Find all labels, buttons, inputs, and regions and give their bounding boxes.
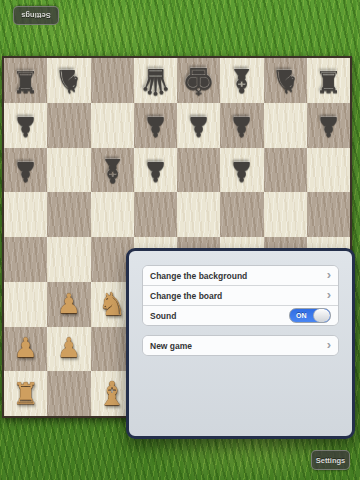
settings-menu-group: Change the background›Change the board›S… [142, 265, 339, 326]
square-c7[interactable] [91, 103, 134, 148]
square-b4[interactable] [47, 237, 90, 282]
menu-item-change-the-background[interactable]: Change the background› [143, 266, 338, 285]
new-game-group: New game› [142, 335, 339, 356]
menu-item-new-game[interactable]: New game› [143, 336, 338, 355]
square-a3[interactable] [4, 282, 47, 327]
white-pawn: ♟ [47, 327, 90, 372]
square-c5[interactable] [91, 192, 134, 237]
menu-item-label: Sound [150, 311, 289, 321]
black-pawn: ♟ [4, 148, 47, 193]
square-a1[interactable]: ♜ [4, 371, 47, 416]
black-pawn: ♟ [134, 103, 177, 148]
black-knight: ♞ [264, 58, 307, 103]
square-b1[interactable] [47, 371, 90, 416]
square-a6[interactable]: ♟ [4, 148, 47, 193]
square-f7[interactable]: ♟ [220, 103, 263, 148]
square-f5[interactable] [220, 192, 263, 237]
square-a8[interactable]: ♜ [4, 58, 47, 103]
square-c8[interactable] [91, 58, 134, 103]
black-pawn: ♟ [220, 103, 263, 148]
black-pawn: ♟ [134, 148, 177, 193]
square-a2[interactable]: ♟ [4, 327, 47, 372]
square-g7[interactable] [264, 103, 307, 148]
settings-button-top[interactable]: Settings [13, 6, 59, 25]
square-g8[interactable]: ♞ [264, 58, 307, 103]
toggle-knob [313, 309, 330, 322]
black-knight: ♞ [47, 58, 90, 103]
square-h8[interactable]: ♜ [307, 58, 350, 103]
black-pawn: ♟ [4, 103, 47, 148]
menu-item-label: Change the background [150, 271, 327, 281]
square-h6[interactable] [307, 148, 350, 193]
square-f6[interactable]: ♟ [220, 148, 263, 193]
black-bishop: ♝ [220, 58, 263, 103]
toggle-on-label: ON [296, 312, 307, 319]
square-h7[interactable]: ♟ [307, 103, 350, 148]
black-pawn: ♟ [220, 148, 263, 193]
black-queen: ♛ [134, 58, 177, 103]
square-b7[interactable] [47, 103, 90, 148]
square-b5[interactable] [47, 192, 90, 237]
black-rook: ♜ [307, 58, 350, 103]
white-pawn: ♟ [47, 282, 90, 327]
square-h5[interactable] [307, 192, 350, 237]
square-g6[interactable] [264, 148, 307, 193]
square-e6[interactable] [177, 148, 220, 193]
square-d6[interactable]: ♟ [134, 148, 177, 193]
chevron-right-icon: › [327, 267, 331, 282]
square-e7[interactable]: ♟ [177, 103, 220, 148]
square-a5[interactable] [4, 192, 47, 237]
black-bishop: ♝ [91, 148, 134, 193]
white-pawn: ♟ [4, 327, 47, 372]
menu-item-change-the-board[interactable]: Change the board› [143, 285, 338, 305]
menu-item-label: Change the board [150, 291, 327, 301]
black-pawn: ♟ [307, 103, 350, 148]
settings-button-bottom[interactable]: Settings [311, 450, 350, 470]
square-a4[interactable] [4, 237, 47, 282]
menu-item-label: New game [150, 341, 327, 351]
black-king: ♚ [177, 58, 220, 103]
square-f8[interactable]: ♝ [220, 58, 263, 103]
square-e8[interactable]: ♚ [177, 58, 220, 103]
square-b3[interactable]: ♟ [47, 282, 90, 327]
square-a7[interactable]: ♟ [4, 103, 47, 148]
chevron-right-icon: › [327, 337, 331, 352]
square-b2[interactable]: ♟ [47, 327, 90, 372]
square-d7[interactable]: ♟ [134, 103, 177, 148]
square-b6[interactable] [47, 148, 90, 193]
black-pawn: ♟ [177, 103, 220, 148]
sound-toggle[interactable]: ON [289, 308, 331, 323]
square-d8[interactable]: ♛ [134, 58, 177, 103]
square-g5[interactable] [264, 192, 307, 237]
square-b8[interactable]: ♞ [47, 58, 90, 103]
black-rook: ♜ [4, 58, 47, 103]
white-rook: ♜ [4, 371, 47, 416]
square-d5[interactable] [134, 192, 177, 237]
chevron-right-icon: › [327, 287, 331, 302]
menu-item-sound[interactable]: SoundON [143, 305, 338, 325]
square-c6[interactable]: ♝ [91, 148, 134, 193]
square-e5[interactable] [177, 192, 220, 237]
settings-popup: Change the background›Change the board›S… [126, 248, 355, 439]
